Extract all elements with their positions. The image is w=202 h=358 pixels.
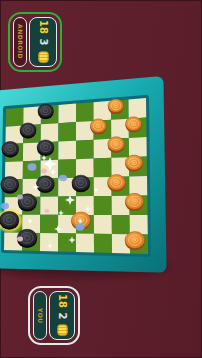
you-name-label: YOU <box>37 308 44 324</box>
checker-piece-black[interactable] <box>38 104 54 119</box>
board-square[interactable] <box>58 141 76 160</box>
you-number-white: 2 <box>57 312 67 319</box>
confetti-particle <box>28 163 37 170</box>
you-numbers-box: 18 2 <box>49 291 75 340</box>
checker-piece-black[interactable] <box>36 176 54 193</box>
checker-piece-orange[interactable] <box>125 232 145 251</box>
checker-piece-orange[interactable] <box>90 119 106 135</box>
board-square[interactable] <box>40 215 58 233</box>
android-number-yellow: 18 <box>38 20 48 34</box>
board-square[interactable] <box>76 159 94 178</box>
android-number-white: 3 <box>38 39 48 46</box>
board-square[interactable] <box>129 176 147 196</box>
board-square[interactable] <box>112 215 130 234</box>
board-square[interactable] <box>76 233 94 252</box>
you-score-panel: YOU 18 2 <box>28 286 80 345</box>
board-square[interactable] <box>94 215 112 234</box>
checker-piece-orange[interactable] <box>108 99 124 114</box>
android-score-panel: ANDROID 18 3 <box>8 12 62 72</box>
board-square[interactable] <box>58 122 76 141</box>
board-square[interactable] <box>58 104 76 124</box>
confetti-particle <box>59 175 67 182</box>
board-square[interactable] <box>76 140 94 159</box>
board-square[interactable] <box>40 233 58 252</box>
checker-piece-orange[interactable] <box>108 137 125 153</box>
android-name-label: ANDROID <box>17 24 24 59</box>
board-square[interactable] <box>129 137 147 157</box>
board-square[interactable] <box>94 234 112 253</box>
checker-piece-orange[interactable] <box>125 155 142 172</box>
board-square[interactable] <box>94 158 112 177</box>
confetti-particle <box>1 203 9 210</box>
confetti-particle <box>17 237 23 242</box>
confetti-particle <box>45 209 50 213</box>
checker-piece-orange[interactable] <box>125 193 144 211</box>
board-square[interactable] <box>76 102 94 122</box>
board-square[interactable] <box>40 197 58 215</box>
you-name-strip: YOU <box>33 291 47 340</box>
board-square[interactable] <box>58 233 76 252</box>
board-square[interactable] <box>6 108 24 127</box>
checkers-game-screen: ANDROID 18 3 YOU 18 2 <box>0 0 202 358</box>
android-name-strip: ANDROID <box>13 17 27 67</box>
checker-piece-black[interactable] <box>2 141 19 157</box>
board-square[interactable] <box>130 215 148 235</box>
checker-piece-black[interactable] <box>20 123 36 139</box>
confetti-particle <box>41 169 47 174</box>
board-square[interactable] <box>41 123 59 142</box>
checker-piece-black[interactable] <box>1 176 19 193</box>
android-numbers-box: 18 3 <box>29 17 57 67</box>
piece-count-icon <box>57 325 67 336</box>
piece-count-icon <box>38 52 48 63</box>
checker-piece-black[interactable] <box>37 140 54 156</box>
you-number-yellow: 18 <box>57 294 67 308</box>
confetti-particle <box>17 195 23 200</box>
board-square[interactable] <box>94 196 112 215</box>
checker-piece-black[interactable] <box>72 175 90 192</box>
confetti-particle <box>76 223 85 230</box>
checker-piece-orange[interactable] <box>108 175 126 192</box>
checker-piece-orange[interactable] <box>126 117 142 133</box>
board-square[interactable] <box>129 98 147 119</box>
